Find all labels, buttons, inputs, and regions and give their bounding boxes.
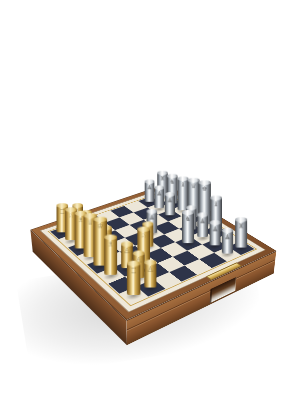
piece-gold-pawn-h2: ♙ bbox=[145, 262, 157, 288]
piece-cylinder-body: ♜ bbox=[235, 219, 247, 248]
silver-king-icon: ♚ bbox=[198, 185, 210, 193]
gold-rook-icon: ♖ bbox=[127, 266, 141, 275]
piece-silver-pawn-h7: ♟ bbox=[221, 230, 232, 254]
silver-knight-icon: ♞ bbox=[183, 215, 195, 223]
piece-cylinder-cap bbox=[133, 250, 145, 255]
silver-bishop-icon: ♝ bbox=[210, 201, 222, 209]
piece-cylinder-body: ♖ bbox=[127, 263, 141, 295]
piece-cylinder-body: ♟ bbox=[209, 222, 220, 245]
piece-cylinder-cap bbox=[145, 259, 157, 265]
scene: ♖♙♟♜♘♙♟♞♗♙♟♝♕♙♟♛♔♙♟♚♗♙♘♞♟♝♙♟♖♙♟♜ bbox=[0, 0, 300, 400]
drawer-notch bbox=[209, 277, 236, 303]
piece-gold-rook-h1: ♖ bbox=[127, 263, 141, 295]
piece-silver-rook-h8: ♜ bbox=[235, 219, 247, 248]
gold-king-icon: ♔ bbox=[94, 222, 108, 231]
piece-silver-pawn-g7: ♟ bbox=[209, 222, 220, 245]
piece-cylinder-body: ♙ bbox=[145, 262, 157, 288]
piece-cylinder-body: ♗ bbox=[105, 237, 118, 275]
silver-knight-icon: ♞ bbox=[167, 178, 178, 185]
silver-pawn-icon: ♟ bbox=[209, 225, 220, 233]
piece-silver-knight-f6: ♞ bbox=[183, 212, 195, 243]
gold-bishop-icon: ♗ bbox=[105, 240, 118, 249]
chess-box: ♖♙♟♜♘♙♟♞♗♙♟♝♕♙♟♛♔♙♟♚♗♙♘♞♟♝♙♟♖♙♟♜ bbox=[30, 184, 276, 320]
piece-gold-bishop-f1: ♗ bbox=[105, 237, 118, 275]
piece-cylinder-body: ♞ bbox=[183, 212, 195, 243]
silver-pawn-icon: ♟ bbox=[144, 184, 154, 191]
silver-rook-icon: ♜ bbox=[235, 222, 247, 230]
gold-pawn-icon: ♙ bbox=[145, 265, 157, 274]
product-photo-stage: ♖♙♟♜♘♙♟♞♗♙♟♝♕♙♟♛♔♙♟♚♗♙♘♞♟♝♙♟♖♙♟♜ bbox=[0, 0, 300, 400]
silver-pawn-icon: ♟ bbox=[221, 233, 232, 241]
piece-cylinder-body: ♟ bbox=[221, 230, 232, 254]
gold-knight-icon: ♘ bbox=[137, 232, 150, 240]
